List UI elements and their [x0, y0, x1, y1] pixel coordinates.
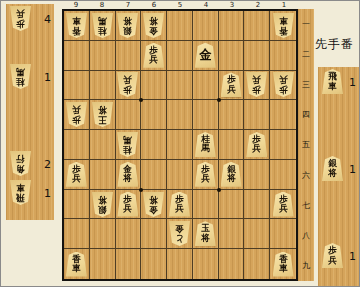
- gote-hand-slot-歩兵[interactable]: 歩兵4: [6, 4, 54, 33]
- square-8-9[interactable]: [90, 249, 116, 279]
- piece-kanji: 金: [149, 25, 158, 35]
- gote-piece-銀将[interactable]: 銀将: [92, 192, 113, 217]
- square-4-1[interactable]: [193, 11, 219, 41]
- square-1-1[interactable]: 香車: [270, 11, 296, 41]
- square-4-7[interactable]: [193, 190, 219, 220]
- square-8-8[interactable]: [90, 219, 116, 249]
- square-7-7[interactable]: 歩兵: [116, 190, 142, 220]
- square-9-1[interactable]: 香車: [64, 11, 90, 41]
- piece-kanji: 歩: [124, 85, 133, 95]
- square-7-3[interactable]: 歩兵: [116, 71, 142, 101]
- gote-piece-歩兵[interactable]: 歩兵: [117, 72, 138, 97]
- gote-piece-と金[interactable]: と金: [169, 221, 190, 246]
- square-6-1[interactable]: 金将: [141, 11, 167, 41]
- piece-kanji: 兵: [253, 144, 262, 154]
- piece-kanji: 兵: [72, 174, 81, 184]
- square-3-2[interactable]: [219, 41, 245, 71]
- square-8-1[interactable]: 桂馬: [90, 11, 116, 41]
- square-8-4[interactable]: 王将: [90, 100, 116, 130]
- sente-hand-count-飛車: 1: [349, 75, 356, 88]
- square-1-7[interactable]: 歩兵: [270, 190, 296, 220]
- piece-kanji: 馬: [98, 16, 107, 26]
- square-5-9[interactable]: [167, 249, 193, 279]
- piece-kanji: 桂: [98, 25, 107, 35]
- square-9-6[interactable]: 歩兵: [64, 160, 90, 190]
- square-5-5[interactable]: [167, 130, 193, 160]
- square-8-3[interactable]: [90, 71, 116, 101]
- board-grid: 香車桂馬銀将金将香車歩兵金歩兵歩兵歩兵歩兵歩兵王将桂馬桂馬歩兵歩兵金将歩兵銀将銀…: [64, 11, 296, 279]
- sente-hand-slot-香車: [318, 212, 359, 241]
- gote-hand-count-桂馬: 1: [44, 70, 51, 83]
- square-8-6[interactable]: [90, 160, 116, 190]
- piece-kanji: 王: [98, 115, 107, 125]
- piece-kanji: 車: [16, 183, 25, 193]
- square-4-3[interactable]: [193, 71, 219, 101]
- piece-kanji: 将: [149, 195, 158, 205]
- gote-piece-香車[interactable]: 香車: [273, 13, 294, 38]
- square-7-9[interactable]: [116, 249, 142, 279]
- square-3-3[interactable]: 歩兵: [219, 71, 245, 101]
- piece-kanji: と: [175, 234, 184, 244]
- piece-kanji: 兵: [279, 75, 288, 85]
- piece-kanji: 馬: [124, 135, 133, 145]
- square-6-5[interactable]: [141, 130, 167, 160]
- gote-hand-slot-飛車[interactable]: 飛車1: [6, 178, 54, 207]
- gote-piece-飛車[interactable]: 飛車: [10, 180, 31, 205]
- square-6-8[interactable]: [141, 219, 167, 249]
- square-1-4[interactable]: [270, 100, 296, 130]
- piece-kanji: 将: [98, 195, 107, 205]
- gote-piece-桂馬[interactable]: 桂馬: [92, 13, 113, 38]
- gote-hand-count-飛車: 1: [44, 186, 51, 199]
- sente-hand-slot-桂馬: [318, 183, 359, 212]
- sente-piece-歩兵[interactable]: 歩兵: [143, 43, 164, 68]
- square-1-9[interactable]: 香車: [270, 249, 296, 279]
- sente-piece-香車[interactable]: 香車: [273, 252, 294, 277]
- hoshi-dot: [217, 98, 221, 102]
- rank-label-3: 三: [298, 69, 314, 99]
- piece-kanji: 馬: [16, 67, 25, 77]
- square-7-4[interactable]: [116, 100, 142, 130]
- gote-hand-slot-金将: [6, 120, 54, 149]
- piece-kanji: 歩: [279, 85, 288, 95]
- square-2-3[interactable]: 歩兵: [244, 71, 270, 101]
- gote-piece-金将[interactable]: 金将: [143, 192, 164, 217]
- square-9-8[interactable]: [64, 219, 90, 249]
- square-4-6[interactable]: 歩兵: [193, 160, 219, 190]
- piece-kanji: 将: [227, 174, 236, 184]
- piece-kanji: 兵: [227, 85, 236, 95]
- square-5-7[interactable]: 歩兵: [167, 190, 193, 220]
- sente-piece-飛車[interactable]: 飛車: [322, 69, 343, 94]
- sente-piece-歩兵[interactable]: 歩兵: [221, 72, 242, 97]
- square-8-2[interactable]: [90, 41, 116, 71]
- square-2-6[interactable]: [244, 160, 270, 190]
- piece-kanji: 将: [124, 16, 133, 26]
- sente-piece-歩兵[interactable]: 歩兵: [117, 192, 138, 217]
- rank-labels: 一二三四五六七八九: [298, 9, 314, 281]
- square-5-8[interactable]: と金: [167, 219, 193, 249]
- piece-kanji: 車: [279, 16, 288, 26]
- piece-kanji: 兵: [328, 256, 337, 266]
- gote-piece-王将[interactable]: 王将: [92, 102, 113, 127]
- hoshi-dot: [139, 188, 143, 192]
- square-7-2[interactable]: [116, 41, 142, 71]
- gote-piece-歩兵[interactable]: 歩兵: [10, 6, 31, 31]
- sente-piece-銀将[interactable]: 銀将: [221, 162, 242, 187]
- square-2-8[interactable]: [244, 219, 270, 249]
- sente-piece-歩兵[interactable]: 歩兵: [195, 162, 216, 187]
- gote-piece-桂馬[interactable]: 桂馬: [10, 64, 31, 89]
- sente-piece-金[interactable]: 金: [195, 43, 216, 68]
- sente-hand-slot-銀将[interactable]: 銀将1: [318, 154, 359, 183]
- piece-kanji: 兵: [72, 105, 81, 115]
- piece-kanji: 桂: [16, 77, 25, 87]
- piece-kanji: 車: [279, 264, 288, 274]
- sente-piece-歩兵[interactable]: 歩兵: [246, 132, 267, 157]
- square-6-7[interactable]: 金将: [141, 190, 167, 220]
- square-3-6[interactable]: 銀将: [219, 160, 245, 190]
- rank-label-1: 一: [298, 9, 314, 39]
- piece-kanji: 飛: [16, 193, 25, 203]
- sente-piece-銀将[interactable]: 銀将: [322, 156, 343, 181]
- rank-label-7: 七: [298, 190, 314, 220]
- rank-label-9: 九: [298, 251, 314, 281]
- square-2-5[interactable]: 歩兵: [244, 130, 270, 160]
- rank-label-5: 五: [298, 130, 314, 160]
- sente-piece-歩兵[interactable]: 歩兵: [322, 243, 343, 268]
- hoshi-dot: [139, 98, 143, 102]
- piece-kanji: 金: [175, 224, 184, 234]
- piece-kanji: 香: [72, 25, 81, 35]
- gote-piece-香車[interactable]: 香車: [66, 13, 87, 38]
- gote-piece-歩兵[interactable]: 歩兵: [66, 102, 87, 127]
- square-6-6[interactable]: [141, 160, 167, 190]
- piece-kanji: 金: [199, 48, 211, 62]
- square-3-8[interactable]: [219, 219, 245, 249]
- square-7-8[interactable]: [116, 219, 142, 249]
- piece-kanji: 歩: [72, 115, 81, 125]
- piece-kanji: 角: [16, 164, 25, 174]
- piece-kanji: 香: [279, 25, 288, 35]
- square-5-6[interactable]: [167, 160, 193, 190]
- shogi-board: 香車桂馬銀将金将香車歩兵金歩兵歩兵歩兵歩兵歩兵王将桂馬桂馬歩兵歩兵金将歩兵銀将銀…: [62, 9, 298, 281]
- sente-piece-金将[interactable]: 金将: [117, 162, 138, 187]
- square-6-3[interactable]: [141, 71, 167, 101]
- piece-kanji: 銀: [124, 25, 133, 35]
- piece-kanji: 歩: [253, 85, 262, 95]
- gote-piece-桂馬[interactable]: 桂馬: [117, 132, 138, 157]
- square-9-7[interactable]: [64, 190, 90, 220]
- piece-kanji: 兵: [149, 55, 158, 65]
- square-2-7[interactable]: [244, 190, 270, 220]
- piece-kanji: 車: [72, 16, 81, 26]
- sente-piece-歩兵[interactable]: 歩兵: [273, 192, 294, 217]
- square-2-9[interactable]: [244, 249, 270, 279]
- gote-hand-count-歩兵: 4: [44, 12, 51, 25]
- square-7-6[interactable]: 金将: [116, 160, 142, 190]
- square-9-9[interactable]: 香車: [64, 249, 90, 279]
- square-2-1[interactable]: [244, 11, 270, 41]
- piece-kanji: 将: [201, 234, 210, 244]
- sente-piece-歩兵[interactable]: 歩兵: [66, 162, 87, 187]
- sente-hand-slot-金将: [318, 125, 359, 154]
- piece-kanji: 将: [98, 105, 107, 115]
- square-2-4[interactable]: [244, 100, 270, 130]
- rank-label-6: 六: [298, 160, 314, 190]
- gote-hand-panel: 歩兵4桂馬1角行2飛車1: [6, 4, 54, 220]
- square-4-8[interactable]: 玉将: [193, 219, 219, 249]
- gote-piece-歩兵[interactable]: 歩兵: [246, 72, 267, 97]
- piece-kanji: 行: [16, 154, 25, 164]
- rank-label-4: 四: [298, 100, 314, 130]
- piece-kanji: 兵: [201, 174, 210, 184]
- sente-piece-歩兵[interactable]: 歩兵: [169, 192, 190, 217]
- rank-label-8: 八: [298, 221, 314, 251]
- gote-hand-slot-香車: [6, 33, 54, 62]
- square-4-5[interactable]: 桂馬: [193, 130, 219, 160]
- square-6-9[interactable]: [141, 249, 167, 279]
- square-1-2[interactable]: [270, 41, 296, 71]
- piece-kanji: 兵: [175, 204, 184, 214]
- gote-hand-count-角行: 2: [44, 157, 51, 170]
- piece-kanji: 兵: [253, 75, 262, 85]
- sente-hand-slot-飛車[interactable]: 飛車1: [318, 67, 359, 96]
- turn-indicator: 先手番: [315, 36, 360, 53]
- piece-kanji: 将: [149, 16, 158, 26]
- square-3-1[interactable]: [219, 11, 245, 41]
- piece-kanji: 歩: [16, 19, 25, 29]
- square-9-4[interactable]: 歩兵: [64, 100, 90, 130]
- gote-hand-slot-角行[interactable]: 角行2: [6, 149, 54, 178]
- gote-piece-金将[interactable]: 金将: [143, 13, 164, 38]
- square-5-3[interactable]: [167, 71, 193, 101]
- piece-kanji: 車: [72, 264, 81, 274]
- square-4-4[interactable]: [193, 100, 219, 130]
- sente-hand-slot-歩兵[interactable]: 歩兵1: [318, 241, 359, 270]
- sente-piece-香車[interactable]: 香車: [66, 252, 87, 277]
- square-7-1[interactable]: 銀将: [116, 11, 142, 41]
- sente-hand-panel: 飛車1銀将1歩兵1: [318, 67, 359, 286]
- gote-piece-歩兵[interactable]: 歩兵: [273, 72, 294, 97]
- hoshi-dot: [217, 188, 221, 192]
- square-3-9[interactable]: [219, 249, 245, 279]
- sente-hand-slot-角行: [318, 96, 359, 125]
- square-4-2[interactable]: 金: [193, 41, 219, 71]
- piece-kanji: 将: [328, 169, 337, 179]
- sente-piece-桂馬[interactable]: 桂馬: [195, 132, 216, 157]
- gote-piece-角行[interactable]: 角行: [10, 151, 31, 176]
- shogi-app-window: 987654321 香車桂馬銀将金将香車歩兵金歩兵歩兵歩兵歩兵歩兵王将桂馬桂馬歩…: [0, 0, 360, 287]
- piece-kanji: 将: [124, 174, 133, 184]
- square-7-5[interactable]: 桂馬: [116, 130, 142, 160]
- square-6-2[interactable]: 歩兵: [141, 41, 167, 71]
- piece-kanji: 桂: [124, 144, 133, 154]
- piece-kanji: 馬: [201, 144, 210, 154]
- square-5-1[interactable]: [167, 11, 193, 41]
- sente-piece-玉将[interactable]: 玉将: [195, 221, 216, 246]
- piece-kanji: 兵: [16, 9, 25, 19]
- sente-hand-count-歩兵: 1: [349, 249, 356, 262]
- gote-hand-slot-銀将: [6, 91, 54, 120]
- square-9-2[interactable]: [64, 41, 90, 71]
- square-3-7[interactable]: [219, 190, 245, 220]
- square-1-8[interactable]: [270, 219, 296, 249]
- square-9-3[interactable]: [64, 71, 90, 101]
- square-1-6[interactable]: [270, 160, 296, 190]
- square-3-5[interactable]: [219, 130, 245, 160]
- sente-hand-count-銀将: 1: [349, 162, 356, 175]
- piece-kanji: 兵: [279, 204, 288, 214]
- square-2-2[interactable]: [244, 41, 270, 71]
- rank-label-2: 二: [298, 39, 314, 69]
- square-8-5[interactable]: [90, 130, 116, 160]
- piece-kanji: 兵: [124, 204, 133, 214]
- gote-hand-slot-桂馬[interactable]: 桂馬1: [6, 62, 54, 91]
- square-1-3[interactable]: 歩兵: [270, 71, 296, 101]
- square-3-4[interactable]: [219, 100, 245, 130]
- square-8-7[interactable]: 銀将: [90, 190, 116, 220]
- square-1-5[interactable]: [270, 130, 296, 160]
- square-4-9[interactable]: [193, 249, 219, 279]
- square-6-4[interactable]: [141, 100, 167, 130]
- square-9-5[interactable]: [64, 130, 90, 160]
- piece-kanji: 車: [328, 82, 337, 92]
- gote-piece-銀将[interactable]: 銀将: [117, 13, 138, 38]
- square-5-2[interactable]: [167, 41, 193, 71]
- square-5-4[interactable]: [167, 100, 193, 130]
- piece-kanji: 兵: [124, 75, 133, 85]
